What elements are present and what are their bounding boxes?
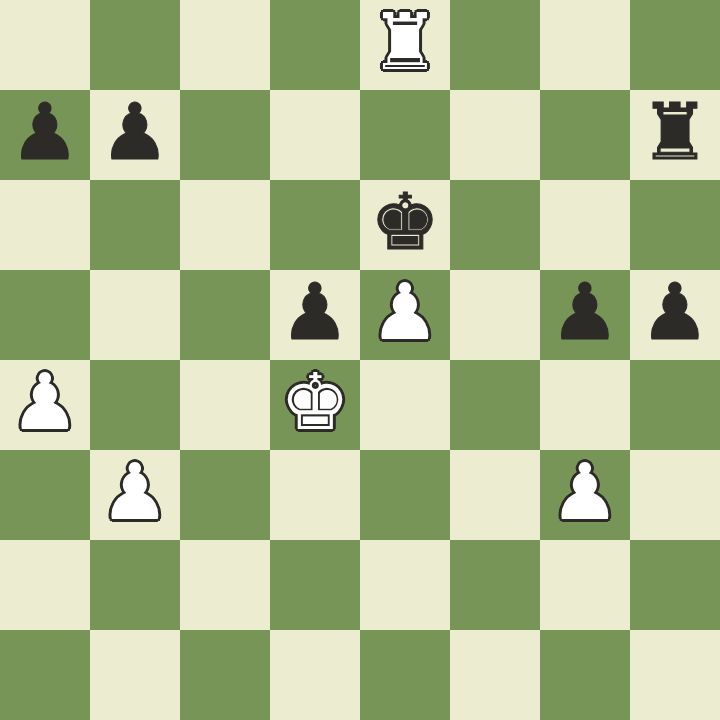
square-c6[interactable] — [180, 180, 270, 270]
square-g2[interactable] — [540, 540, 630, 630]
square-e3[interactable] — [360, 450, 450, 540]
black-pawn[interactable]: ♟ — [280, 273, 350, 351]
white-rook[interactable]: ♜ — [370, 3, 440, 81]
square-b7[interactable]: ♟ — [90, 90, 180, 180]
square-c3[interactable] — [180, 450, 270, 540]
square-a2[interactable] — [0, 540, 90, 630]
black-rook[interactable]: ♜ — [640, 93, 710, 171]
square-f4[interactable] — [450, 360, 540, 450]
square-c5[interactable] — [180, 270, 270, 360]
square-e1[interactable] — [360, 630, 450, 720]
white-pawn[interactable]: ♟ — [550, 453, 620, 531]
square-g8[interactable] — [540, 0, 630, 90]
square-h8[interactable] — [630, 0, 720, 90]
square-d5[interactable]: ♟ — [270, 270, 360, 360]
square-d1[interactable] — [270, 630, 360, 720]
square-e6[interactable]: ♚ — [360, 180, 450, 270]
square-e4[interactable] — [360, 360, 450, 450]
square-a1[interactable] — [0, 630, 90, 720]
square-f1[interactable] — [450, 630, 540, 720]
square-a8[interactable] — [0, 0, 90, 90]
square-d4[interactable]: ♚ — [270, 360, 360, 450]
square-h6[interactable] — [630, 180, 720, 270]
square-f5[interactable] — [450, 270, 540, 360]
square-h5[interactable]: ♟ — [630, 270, 720, 360]
square-f3[interactable] — [450, 450, 540, 540]
square-a5[interactable] — [0, 270, 90, 360]
white-king[interactable]: ♚ — [280, 363, 350, 441]
square-d8[interactable] — [270, 0, 360, 90]
square-d2[interactable] — [270, 540, 360, 630]
square-g6[interactable] — [540, 180, 630, 270]
square-g3[interactable]: ♟ — [540, 450, 630, 540]
square-b4[interactable] — [90, 360, 180, 450]
black-pawn[interactable]: ♟ — [550, 273, 620, 351]
square-f2[interactable] — [450, 540, 540, 630]
square-b1[interactable] — [90, 630, 180, 720]
square-c7[interactable] — [180, 90, 270, 180]
square-g7[interactable] — [540, 90, 630, 180]
black-pawn[interactable]: ♟ — [10, 93, 80, 171]
square-a7[interactable]: ♟ — [0, 90, 90, 180]
square-b3[interactable]: ♟ — [90, 450, 180, 540]
square-c8[interactable] — [180, 0, 270, 90]
square-a3[interactable] — [0, 450, 90, 540]
square-e2[interactable] — [360, 540, 450, 630]
white-pawn[interactable]: ♟ — [100, 453, 170, 531]
square-e7[interactable] — [360, 90, 450, 180]
square-c1[interactable] — [180, 630, 270, 720]
square-a6[interactable] — [0, 180, 90, 270]
square-g4[interactable] — [540, 360, 630, 450]
black-pawn[interactable]: ♟ — [100, 93, 170, 171]
square-h7[interactable]: ♜ — [630, 90, 720, 180]
square-h1[interactable] — [630, 630, 720, 720]
square-h4[interactable] — [630, 360, 720, 450]
chess-board: ♜♟♟♜♚♟♟♟♟♟♚♟♟ — [0, 0, 720, 720]
square-f7[interactable] — [450, 90, 540, 180]
square-b2[interactable] — [90, 540, 180, 630]
white-pawn[interactable]: ♟ — [370, 273, 440, 351]
square-g1[interactable] — [540, 630, 630, 720]
square-e8[interactable]: ♜ — [360, 0, 450, 90]
square-c4[interactable] — [180, 360, 270, 450]
black-king[interactable]: ♚ — [370, 183, 440, 261]
square-g5[interactable]: ♟ — [540, 270, 630, 360]
square-b5[interactable] — [90, 270, 180, 360]
square-f8[interactable] — [450, 0, 540, 90]
square-h2[interactable] — [630, 540, 720, 630]
square-d6[interactable] — [270, 180, 360, 270]
white-pawn[interactable]: ♟ — [10, 363, 80, 441]
square-c2[interactable] — [180, 540, 270, 630]
square-b6[interactable] — [90, 180, 180, 270]
square-e5[interactable]: ♟ — [360, 270, 450, 360]
square-d3[interactable] — [270, 450, 360, 540]
square-h3[interactable] — [630, 450, 720, 540]
square-d7[interactable] — [270, 90, 360, 180]
square-b8[interactable] — [90, 0, 180, 90]
square-a4[interactable]: ♟ — [0, 360, 90, 450]
black-pawn[interactable]: ♟ — [640, 273, 710, 351]
square-f6[interactable] — [450, 180, 540, 270]
